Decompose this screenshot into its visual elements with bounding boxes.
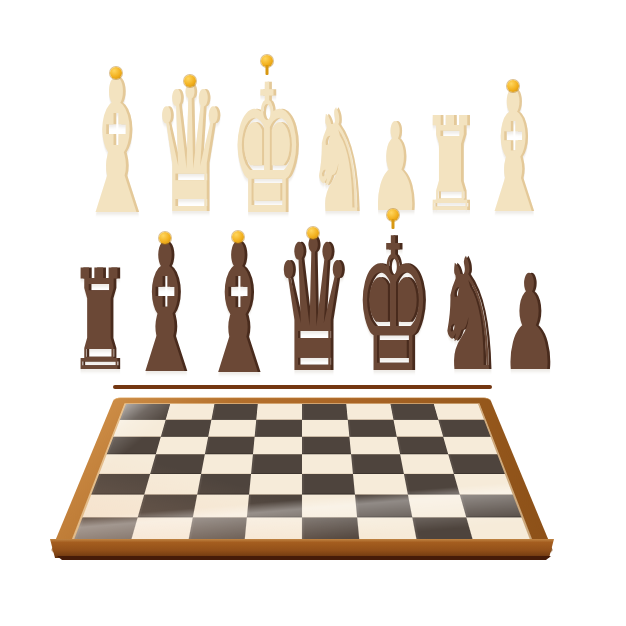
board-square-light: [192, 495, 249, 518]
board-square-dark: [460, 495, 521, 518]
chess-illustration-canvas: ♝♛♚♞♟♜♝ ♜♝♝♛♚♞♟: [0, 0, 626, 626]
board-square-light: [349, 437, 400, 455]
board-square-light: [346, 404, 393, 420]
board-square-dark: [396, 437, 448, 455]
board-square-light: [99, 455, 155, 474]
board-square-light: [357, 517, 417, 541]
board-square-light: [208, 420, 257, 437]
board-square-light: [353, 474, 408, 495]
board-square-dark: [351, 455, 404, 474]
board-back-edge: [113, 385, 492, 389]
board-square-light: [155, 437, 207, 455]
board-square-light: [393, 420, 443, 437]
board-square-dark: [403, 474, 460, 495]
board-square-dark: [251, 455, 302, 474]
board-square-light: [130, 517, 192, 541]
board-square-dark: [302, 437, 351, 455]
board-square-dark: [439, 420, 491, 437]
board-square-light: [443, 437, 497, 455]
board-square-light: [256, 404, 302, 420]
board-square-dark: [355, 495, 412, 518]
board-square-dark: [390, 404, 439, 420]
board-square-light: [114, 420, 166, 437]
board-base-shadow: [0, 556, 626, 560]
board-square-light: [400, 455, 454, 474]
board-grid: [73, 404, 530, 541]
board-square-dark: [188, 517, 248, 541]
board-front-edge: [0, 539, 626, 558]
board-square-dark: [412, 517, 474, 541]
board-square-light: [144, 474, 201, 495]
board-square-dark: [204, 437, 255, 455]
board-square-dark: [161, 420, 211, 437]
board-square-dark: [302, 474, 355, 495]
board-square-dark: [150, 455, 204, 474]
board-square-dark: [255, 420, 302, 437]
board-square-dark: [211, 404, 258, 420]
chessboard-scene: [0, 0, 626, 626]
board-square-light: [302, 455, 353, 474]
board-square-light: [407, 495, 466, 518]
board-square-dark: [137, 495, 196, 518]
board-square-light: [201, 455, 254, 474]
board-square-light: [83, 495, 144, 518]
board-square-dark: [302, 517, 359, 541]
board-square-dark: [73, 517, 137, 541]
board-square-dark: [247, 495, 302, 518]
board-square-light: [245, 517, 302, 541]
chessboard: [50, 398, 554, 554]
board-square-light: [302, 495, 357, 518]
board-square-dark: [302, 404, 348, 420]
board-square-dark: [91, 474, 150, 495]
board-square-dark: [120, 404, 170, 420]
board-square-light: [454, 474, 513, 495]
board-wooden-frame: [50, 398, 554, 554]
board-square-light: [165, 404, 214, 420]
board-square-light: [302, 420, 349, 437]
board-square-light: [467, 517, 531, 541]
board-square-light: [253, 437, 302, 455]
board-square-light: [249, 474, 302, 495]
board-square-dark: [348, 420, 397, 437]
board-square-dark: [197, 474, 252, 495]
board-square-dark: [107, 437, 161, 455]
board-square-dark: [449, 455, 505, 474]
board-square-light: [434, 404, 484, 420]
